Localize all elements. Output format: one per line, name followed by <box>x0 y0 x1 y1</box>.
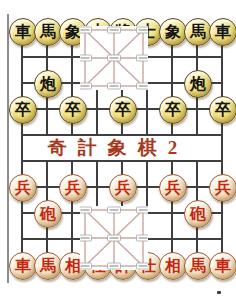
piece-glyph: 兵 <box>165 175 181 201</box>
piece-black-炮[interactable]: 炮 <box>184 70 212 98</box>
piece-red-砲[interactable]: 砲 <box>34 200 62 228</box>
piece-glyph: 相 <box>65 253 81 279</box>
piece-red-兵[interactable]: 兵 <box>209 174 236 202</box>
piece-glyph: 卒 <box>215 97 231 123</box>
piece-red-車[interactable]: 車 <box>9 252 37 280</box>
piece-black-卒[interactable]: 卒 <box>209 96 236 124</box>
piece-glyph: 炮 <box>40 71 56 97</box>
piece-glyph: 砲 <box>190 201 206 227</box>
piece-glyph: 馬 <box>40 19 56 45</box>
piece-glyph: 象 <box>65 19 81 45</box>
piece-black-卒[interactable]: 卒 <box>159 96 187 124</box>
left-border-line <box>7 14 9 283</box>
piece-glyph: 車 <box>15 19 31 45</box>
piece-glyph: 象 <box>165 19 181 45</box>
piece-glyph: 兵 <box>15 175 31 201</box>
piece-glyph: 兵 <box>215 175 231 201</box>
piece-black-卒[interactable]: 卒 <box>9 96 37 124</box>
piece-black-卒[interactable]: 卒 <box>109 96 137 124</box>
palace-diagram-overlay-red <box>80 206 148 274</box>
piece-black-車[interactable]: 車 <box>9 18 37 46</box>
piece-glyph: 馬 <box>190 253 206 279</box>
xiangqi-board: 奇計象棋2 車馬象士將士象馬車炮炮卒卒卒卒卒兵兵兵兵兵砲砲車馬相仕帥仕相馬車 <box>0 0 236 300</box>
piece-glyph: 卒 <box>15 97 31 123</box>
piece-black-車[interactable]: 車 <box>209 18 236 46</box>
piece-red-車[interactable]: 車 <box>209 252 236 280</box>
piece-black-馬[interactable]: 馬 <box>34 18 62 46</box>
piece-red-兵[interactable]: 兵 <box>59 174 87 202</box>
piece-glyph: 車 <box>15 253 31 279</box>
piece-glyph: 相 <box>165 253 181 279</box>
piece-glyph: 兵 <box>115 175 131 201</box>
piece-glyph: 砲 <box>40 201 56 227</box>
piece-black-象[interactable]: 象 <box>159 18 187 46</box>
piece-glyph: 卒 <box>165 97 181 123</box>
palace-diagram-overlay-black <box>80 26 148 94</box>
piece-red-兵[interactable]: 兵 <box>9 174 37 202</box>
piece-red-兵[interactable]: 兵 <box>159 174 187 202</box>
piece-glyph: 馬 <box>40 253 56 279</box>
piece-glyph: 車 <box>215 19 231 45</box>
piece-red-砲[interactable]: 砲 <box>184 200 212 228</box>
piece-black-卒[interactable]: 卒 <box>59 96 87 124</box>
piece-glyph: 炮 <box>190 71 206 97</box>
piece-red-相[interactable]: 相 <box>159 252 187 280</box>
piece-glyph: 馬 <box>190 19 206 45</box>
piece-glyph: 車 <box>215 253 231 279</box>
piece-red-馬[interactable]: 馬 <box>34 252 62 280</box>
piece-black-馬[interactable]: 馬 <box>184 18 212 46</box>
corner-dot <box>217 291 221 294</box>
piece-glyph: 卒 <box>115 97 131 123</box>
piece-glyph: 兵 <box>65 175 81 201</box>
piece-glyph: 卒 <box>65 97 81 123</box>
piece-red-兵[interactable]: 兵 <box>109 174 137 202</box>
piece-black-炮[interactable]: 炮 <box>34 70 62 98</box>
piece-red-馬[interactable]: 馬 <box>184 252 212 280</box>
river-title: 奇計象棋2 <box>10 134 226 162</box>
